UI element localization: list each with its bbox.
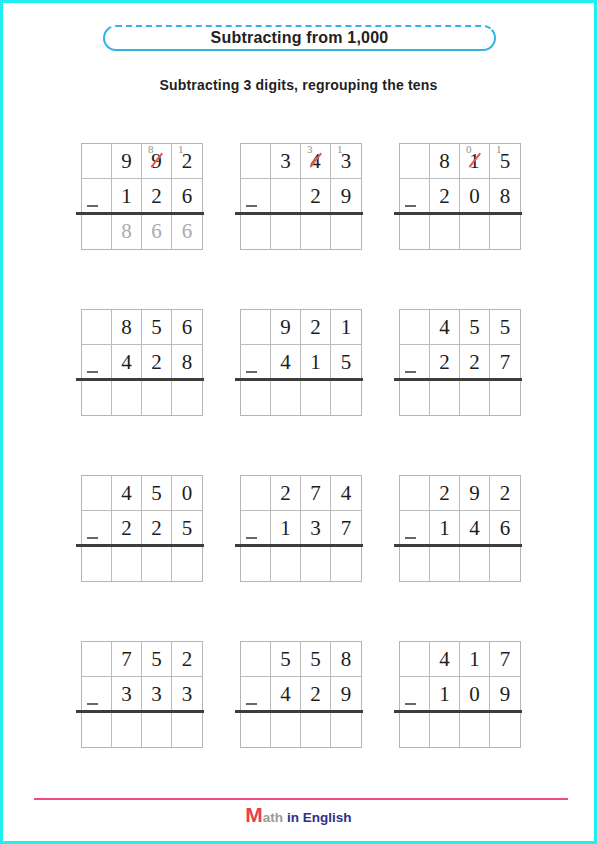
minuend-cell: 21: [172, 144, 202, 179]
subtraction-problem-1: 99821126866: [81, 143, 203, 250]
minuend-cell: 98: [142, 144, 172, 179]
minus-cell: [82, 511, 112, 546]
answer-cell: [331, 380, 361, 415]
answer-cell: [172, 712, 202, 747]
digit: 1: [439, 516, 450, 541]
digit: 4: [439, 647, 450, 672]
minus-sign: [246, 205, 257, 207]
spacer-cell: [82, 642, 112, 677]
digit: 6: [182, 315, 193, 340]
minus-cell: [82, 345, 112, 380]
subtrahend-cell: 5: [331, 345, 361, 380]
subtraction-bar: [76, 710, 204, 713]
minuend-cell: 9: [271, 310, 301, 345]
subtrahend-cell: 1: [271, 511, 301, 546]
digit: 2: [469, 350, 480, 375]
minuend-cell: 7: [301, 476, 331, 511]
regroup-digit: 0: [466, 144, 472, 155]
spacer-cell: [82, 214, 112, 249]
digit: 9: [500, 682, 511, 707]
brand-text-in-english: in English: [287, 810, 352, 825]
digit: 4: [280, 682, 291, 707]
subtraction-problem-8: 274137: [240, 475, 362, 582]
subtrahend-cell: 3: [172, 677, 202, 712]
digit: 8: [341, 647, 352, 672]
spacer-cell: [241, 642, 271, 677]
answer-cell: [301, 712, 331, 747]
answer-cell: [112, 546, 142, 581]
digit: 5: [310, 647, 321, 672]
answer-cell: [172, 380, 202, 415]
minus-cell: [400, 677, 430, 712]
spacer-cell: [241, 144, 271, 179]
digit: 2: [439, 184, 450, 209]
digit: 5: [151, 647, 162, 672]
digit: 2: [280, 481, 291, 506]
digit: 9: [469, 481, 480, 506]
spacer-cell: [400, 380, 430, 415]
minuend-cell: 5: [271, 642, 301, 677]
minuend-cell: 5: [460, 310, 490, 345]
subtraction-bar: [235, 378, 363, 381]
digit: 4: [439, 315, 450, 340]
minus-sign: [405, 371, 416, 373]
digit: 2: [151, 350, 162, 375]
worksheet-page: Subtracting from 1,000 Subtracting 3 dig…: [0, 0, 597, 844]
minuend-cell: 43: [301, 144, 331, 179]
digit: 8: [439, 149, 450, 174]
minus-cell: [400, 345, 430, 380]
digit: 4: [341, 481, 352, 506]
digit: 7: [121, 647, 132, 672]
digit: 2: [151, 184, 162, 209]
answer-cell: [112, 380, 142, 415]
minuend-cell: 4: [430, 642, 460, 677]
subtrahend-cell: 2: [112, 511, 142, 546]
answer-cell: [172, 546, 202, 581]
minuend-cell: 6: [172, 310, 202, 345]
spacer-cell: [400, 712, 430, 747]
minuend-cell: 31: [331, 144, 361, 179]
minuend-cell: 0: [172, 476, 202, 511]
spacer-cell: [82, 144, 112, 179]
subtrahend-cell: 4: [460, 511, 490, 546]
answer-cell: [490, 380, 520, 415]
minuend-cell: 2: [271, 476, 301, 511]
minus-cell: [241, 511, 271, 546]
digit: 5: [151, 481, 162, 506]
minuend-cell: 8: [112, 310, 142, 345]
minus-sign: [87, 371, 98, 373]
subtraction-problem-2: 3433129: [240, 143, 362, 250]
digit: 2: [310, 682, 321, 707]
minuend-cell: 7: [490, 642, 520, 677]
spacer-cell: [82, 380, 112, 415]
subtrahend-cell: 1: [301, 345, 331, 380]
digit: 1: [310, 350, 321, 375]
subtraction-bar: [76, 212, 204, 215]
subtrahend-cell: 2: [142, 511, 172, 546]
subtraction-bar: [394, 544, 522, 547]
subtraction-problem-5: 921415: [240, 309, 362, 416]
minuend-cell: 7: [112, 642, 142, 677]
answer-cell: [142, 546, 172, 581]
answer-cell: [271, 214, 301, 249]
digit: 3: [310, 516, 321, 541]
answer-cell: [142, 380, 172, 415]
minus-sign: [405, 703, 416, 705]
digit: 0: [182, 481, 193, 506]
spacer-cell: [82, 310, 112, 345]
minus-sign: [405, 537, 416, 539]
digit: 5: [151, 315, 162, 340]
minus-cell: [400, 179, 430, 214]
subtraction-bar: [235, 710, 363, 713]
answer-cell: [490, 214, 520, 249]
spacer-cell: [241, 712, 271, 747]
digit: 7: [500, 350, 511, 375]
answer-cell: [430, 712, 460, 747]
digit: 8: [121, 219, 132, 244]
page-title: Subtracting from 1,000: [211, 29, 389, 47]
answer-cell: [331, 546, 361, 581]
minuend-cell: 3: [271, 144, 301, 179]
answer-cell: [301, 214, 331, 249]
answer-cell: [430, 214, 460, 249]
subtrahend-cell: 6: [172, 179, 202, 214]
answer-cell: [271, 380, 301, 415]
subtrahend-cell: 2: [430, 345, 460, 380]
answer-cell: [271, 546, 301, 581]
spacer-cell: [82, 712, 112, 747]
subtrahend-cell: [271, 179, 301, 214]
answer-cell: [301, 546, 331, 581]
subtraction-problem-7: 450225: [81, 475, 203, 582]
digit: 0: [469, 184, 480, 209]
digit: 1: [469, 647, 480, 672]
regroup-digit: 1: [178, 144, 184, 155]
subtrahend-cell: 2: [301, 677, 331, 712]
minuend-cell: 9: [460, 476, 490, 511]
subtraction-problem-10: 752333: [81, 641, 203, 748]
subtrahend-cell: 2: [142, 179, 172, 214]
digit: 9: [341, 682, 352, 707]
digit: 2: [439, 350, 450, 375]
footer-divider: [34, 798, 568, 800]
digit: 8: [500, 184, 511, 209]
regroup-digit: 8: [148, 144, 154, 155]
subtrahend-cell: 3: [142, 677, 172, 712]
minuend-cell: 4: [112, 476, 142, 511]
answer-cell: 8: [112, 214, 142, 249]
minus-sign: [246, 371, 257, 373]
answer-cell: [271, 712, 301, 747]
minuend-cell: 51: [490, 144, 520, 179]
title-banner: Subtracting from 1,000: [103, 25, 496, 51]
subtraction-bar: [394, 212, 522, 215]
answer-cell: [460, 380, 490, 415]
subtraction-problem-4: 856428: [81, 309, 203, 416]
digit: 2: [182, 647, 193, 672]
digit: 2: [310, 315, 321, 340]
digit: 4: [121, 481, 132, 506]
minuend-cell: 2: [490, 476, 520, 511]
answer-cell: [490, 546, 520, 581]
minus-sign: [87, 537, 98, 539]
subtraction-problem-12: 417109: [399, 641, 521, 748]
subtrahend-cell: 0: [460, 677, 490, 712]
digit: 8: [182, 350, 193, 375]
answer-cell: [331, 712, 361, 747]
digit: 7: [500, 647, 511, 672]
digit: 6: [182, 219, 193, 244]
worksheet-subtitle: Subtracting 3 digits, regrouping the ten…: [3, 77, 594, 93]
spacer-cell: [241, 310, 271, 345]
digit: 7: [341, 516, 352, 541]
digit: 5: [341, 350, 352, 375]
minus-cell: [241, 677, 271, 712]
subtrahend-cell: 7: [490, 345, 520, 380]
digit: 8: [121, 315, 132, 340]
digit: 9: [121, 149, 132, 174]
digit: 2: [151, 516, 162, 541]
answer-cell: [430, 380, 460, 415]
spacer-cell: [400, 546, 430, 581]
regroup-digit: 3: [307, 144, 313, 155]
digit: 7: [310, 481, 321, 506]
spacer-cell: [400, 214, 430, 249]
minuend-cell: 4: [331, 476, 361, 511]
spacer-cell: [400, 476, 430, 511]
minuend-cell: 5: [142, 310, 172, 345]
subtraction-bar: [76, 378, 204, 381]
minuend-cell: 1: [460, 642, 490, 677]
minuend-cell: 5: [142, 642, 172, 677]
answer-cell: [460, 214, 490, 249]
digit: 9: [341, 184, 352, 209]
digit: 2: [500, 481, 511, 506]
spacer-cell: [241, 546, 271, 581]
brand-logo: Mathin English: [3, 803, 594, 827]
digit: 9: [280, 315, 291, 340]
spacer-cell: [241, 214, 271, 249]
subtrahend-cell: 2: [430, 179, 460, 214]
minuend-cell: 4: [430, 310, 460, 345]
subtraction-bar: [394, 710, 522, 713]
answer-cell: [490, 712, 520, 747]
digit: 4: [469, 516, 480, 541]
subtrahend-cell: 6: [490, 511, 520, 546]
subtrahend-cell: 4: [271, 345, 301, 380]
digit: 1: [121, 184, 132, 209]
subtrahend-cell: 1: [430, 511, 460, 546]
subtrahend-cell: 5: [172, 511, 202, 546]
subtraction-problem-9: 292146: [399, 475, 521, 582]
digit: 5: [469, 315, 480, 340]
digit: 1: [439, 682, 450, 707]
subtrahend-cell: 7: [331, 511, 361, 546]
digit: 4: [280, 350, 291, 375]
digit: 6: [500, 516, 511, 541]
digit: 6: [151, 219, 162, 244]
subtrahend-cell: 2: [301, 179, 331, 214]
answer-cell: 6: [172, 214, 202, 249]
regroup-digit: 1: [337, 144, 343, 155]
answer-cell: [331, 214, 361, 249]
minuend-cell: 1: [331, 310, 361, 345]
minus-sign: [246, 703, 257, 705]
subtrahend-cell: 3: [112, 677, 142, 712]
answer-cell: [112, 712, 142, 747]
minus-sign: [87, 205, 98, 207]
subtraction-problem-6: 455227: [399, 309, 521, 416]
digit: 2: [439, 481, 450, 506]
subtrahend-cell: 3: [301, 511, 331, 546]
answer-cell: [430, 546, 460, 581]
subtraction-bar: [76, 544, 204, 547]
minuend-cell: 2: [301, 310, 331, 345]
minus-cell: [400, 511, 430, 546]
subtrahend-cell: 0: [460, 179, 490, 214]
minuend-cell: 2: [172, 642, 202, 677]
digit: 2: [121, 516, 132, 541]
answer-cell: 6: [142, 214, 172, 249]
subtraction-bar: [235, 212, 363, 215]
digit: 3: [182, 682, 193, 707]
brand-text-ath: ath: [263, 810, 283, 825]
digit: 4: [121, 350, 132, 375]
minus-cell: [241, 345, 271, 380]
subtraction-bar: [394, 378, 522, 381]
digit: 3: [280, 149, 291, 174]
digit: 3: [121, 682, 132, 707]
answer-cell: [142, 712, 172, 747]
minuend-cell: 9: [112, 144, 142, 179]
subtrahend-cell: 2: [142, 345, 172, 380]
subtraction-problem-11: 558429: [240, 641, 362, 748]
subtrahend-cell: 1: [430, 677, 460, 712]
answer-cell: [460, 546, 490, 581]
answer-cell: [301, 380, 331, 415]
brand-letter-m: M: [245, 803, 263, 826]
minus-sign: [87, 703, 98, 705]
spacer-cell: [241, 476, 271, 511]
digit: 5: [182, 516, 193, 541]
spacer-cell: [241, 380, 271, 415]
minus-cell: [241, 179, 271, 214]
digit: 5: [500, 315, 511, 340]
regroup-digit: 1: [496, 144, 502, 155]
digit: 2: [310, 184, 321, 209]
digit: 0: [469, 682, 480, 707]
minuend-cell: 5: [301, 642, 331, 677]
digit: 6: [182, 184, 193, 209]
subtrahend-cell: 9: [331, 179, 361, 214]
minuend-cell: 8: [331, 642, 361, 677]
minuend-cell: 10: [460, 144, 490, 179]
subtraction-bar: [235, 544, 363, 547]
minuend-cell: 5: [490, 310, 520, 345]
minus-cell: [82, 179, 112, 214]
subtrahend-cell: 9: [331, 677, 361, 712]
digit: 5: [280, 647, 291, 672]
spacer-cell: [400, 310, 430, 345]
digit: 1: [341, 315, 352, 340]
spacer-cell: [400, 144, 430, 179]
digit: 3: [151, 682, 162, 707]
minuend-cell: 8: [430, 144, 460, 179]
subtrahend-cell: 8: [172, 345, 202, 380]
subtrahend-cell: 4: [271, 677, 301, 712]
spacer-cell: [82, 476, 112, 511]
minus-sign: [246, 537, 257, 539]
subtrahend-cell: 1: [112, 179, 142, 214]
minuend-cell: 2: [430, 476, 460, 511]
subtrahend-cell: 2: [460, 345, 490, 380]
problems-grid: 99821126866 3433129 81051208 856428 9214…: [81, 143, 521, 748]
minus-sign: [405, 205, 416, 207]
answer-cell: [460, 712, 490, 747]
subtraction-problem-3: 81051208: [399, 143, 521, 250]
digit: 1: [280, 516, 291, 541]
spacer-cell: [400, 642, 430, 677]
subtrahend-cell: 8: [490, 179, 520, 214]
subtrahend-cell: 4: [112, 345, 142, 380]
subtrahend-cell: 9: [490, 677, 520, 712]
spacer-cell: [82, 546, 112, 581]
minuend-cell: 5: [142, 476, 172, 511]
minus-cell: [82, 677, 112, 712]
